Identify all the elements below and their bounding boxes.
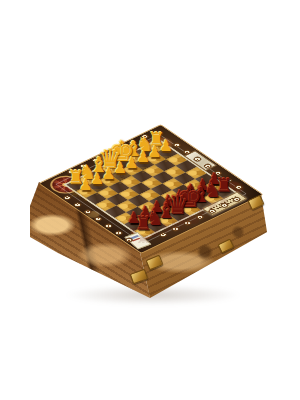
ring-inlay-icon	[223, 177, 234, 183]
ring-inlay-icon	[115, 145, 126, 151]
ring-inlay-icon	[82, 209, 93, 215]
ring-inlay-icon	[113, 230, 124, 236]
ring-inlay-icon	[102, 151, 113, 157]
ring-inlay-icon	[103, 223, 114, 229]
ring-inlay-icon	[78, 163, 89, 169]
photo-stage: ♜♜♞♞♝♝♛♛♚♚♝♝♞♞♜♜♟♟♟♟♟♟♟♟♟♟♟♟♟♟♟♟♟♟♟♟♟♟♟♟…	[0, 0, 300, 400]
ring-inlay-icon	[194, 214, 205, 220]
ring-inlay-icon	[171, 142, 182, 148]
ring-inlay-icon	[233, 184, 244, 190]
ring-inlay-icon	[93, 216, 104, 222]
ring-inlay-icon	[62, 195, 73, 201]
ring-inlay-icon	[170, 226, 181, 232]
ring-inlay-icon	[127, 139, 138, 145]
ring-inlay-icon	[66, 169, 77, 175]
ring-inlay-icon	[139, 133, 150, 139]
ring-inlay-icon	[212, 170, 223, 176]
ring-inlay-icon	[72, 202, 83, 208]
ring-inlay-icon	[158, 232, 169, 238]
ring-inlay-icon	[182, 220, 193, 226]
ring-inlay-icon	[90, 157, 101, 163]
